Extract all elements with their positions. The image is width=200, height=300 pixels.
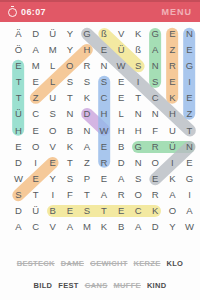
grid-cell-r9c7[interactable]: D	[112, 156, 130, 170]
grid-cell-r9c4[interactable]: T	[61, 156, 79, 170]
word-list-line-1: BESTECKDAMEGEWICHTKERZEKLO	[0, 256, 200, 269]
grid-cell-r1c6[interactable]: ß	[95, 27, 113, 41]
grid-cell-r1c9[interactable]: G	[146, 27, 164, 41]
grid-cell-r8c7[interactable]: B	[112, 140, 130, 154]
grid-cell-r7c3[interactable]: O	[44, 124, 62, 138]
grid-cell-r11c9[interactable]: R	[146, 188, 164, 202]
grid-cell-r10c3[interactable]: Y	[44, 172, 62, 186]
grid-cell-r11c6[interactable]: A	[95, 188, 113, 202]
grid-cell-r2c7[interactable]: Ü	[112, 43, 130, 57]
grid-cell-r5c1[interactable]: T	[10, 91, 28, 105]
grid-cell-r12c1[interactable]: D	[10, 204, 28, 218]
grid-cell-r9c9[interactable]: O	[146, 156, 164, 170]
word-list-item-BILD: BILD	[34, 281, 53, 290]
grid-cell-r13c7[interactable]: B	[112, 220, 130, 234]
grid-cell-r7c9[interactable]: F	[146, 124, 164, 138]
grid-cell-r12c8[interactable]: C	[129, 204, 147, 218]
grid-cell-r8c8[interactable]: G	[129, 140, 147, 154]
grid-cell-r4c8[interactable]: I	[129, 75, 147, 89]
grid-cell-r13c10[interactable]: Y	[163, 220, 181, 234]
grid-cell-r8c1[interactable]: E	[10, 140, 28, 154]
grid-cell-r1c1[interactable]: Ä	[10, 27, 28, 41]
grid-cell-r7c1[interactable]: H	[10, 124, 28, 138]
grid-cell-r5c9[interactable]: C	[146, 91, 164, 105]
grid-cell-r5c5[interactable]: K	[78, 91, 96, 105]
grid-cell-r6c5[interactable]: D	[78, 107, 96, 121]
word-list-item-BESTECK: BESTECK	[17, 259, 55, 268]
grid-cell-r7c2[interactable]: E	[27, 124, 45, 138]
grid-cell-r7c8[interactable]: H	[129, 124, 147, 138]
grid-cell-r1c2[interactable]: D	[27, 27, 45, 41]
grid-cell-r13c9[interactable]: D	[146, 220, 164, 234]
word-search-board[interactable]: ÄDÜYGßVKGENÖAMYHEÜßAZEEMLORNWSNRGTELSSSE…	[10, 26, 198, 235]
grid-cell-r5c6[interactable]: C	[95, 91, 113, 105]
grid-cell-r3c4[interactable]: O	[61, 59, 79, 73]
grid-cell-r3c7[interactable]: W	[112, 59, 130, 73]
grid-cell-r12c11[interactable]: A	[180, 204, 198, 218]
grid-cell-r6c10[interactable]: H	[163, 107, 181, 121]
grid-cell-r3c1[interactable]: E	[10, 59, 28, 73]
grid-cell-r10c7[interactable]: A	[112, 172, 130, 186]
word-list-item-DAME: DAME	[61, 259, 84, 268]
grid-cell-r13c6[interactable]: K	[95, 220, 113, 234]
grid-cell-r11c3[interactable]: I	[44, 188, 62, 202]
app-header: 06:07 MENU	[0, 0, 200, 22]
grid-cell-r8c3[interactable]: V	[44, 140, 62, 154]
grid-cell-r7c7[interactable]: H	[112, 124, 130, 138]
grid-cell-r9c1[interactable]: D	[10, 156, 28, 170]
grid-cell-r7c5[interactable]: N	[78, 124, 96, 138]
grid-cell-r10c9[interactable]: E	[146, 172, 164, 186]
grid-cell-r1c4[interactable]: Y	[61, 27, 79, 41]
grid-cell-r11c10[interactable]: A	[163, 188, 181, 202]
grid-cell-r12c4[interactable]: E	[61, 204, 79, 218]
grid-cell-r4c6[interactable]: S	[95, 75, 113, 89]
grid-cell-r13c3[interactable]: V	[44, 220, 62, 234]
grid-cell-r6c7[interactable]: L	[112, 107, 130, 121]
grid-cell-r11c5[interactable]: T	[78, 188, 96, 202]
timer: 06:07	[8, 7, 46, 17]
grid-cell-r1c11[interactable]: N	[180, 27, 198, 41]
grid-cell-r1c8[interactable]: K	[129, 27, 147, 41]
grid-cell-r9c8[interactable]: N	[129, 156, 147, 170]
grid-cell-r10c1[interactable]: W	[10, 172, 28, 186]
grid-cell-r3c10[interactable]: R	[163, 59, 181, 73]
timer-value: 06:07	[21, 7, 46, 17]
grid-cell-r6c8[interactable]: N	[129, 107, 147, 121]
grid-cell-r12c10[interactable]: O	[163, 204, 181, 218]
grid-cell-r8c5[interactable]: A	[78, 140, 96, 154]
word-list: BESTECKDAMEGEWICHTKERZEKLO BILDFESTGANSM…	[0, 256, 200, 300]
grid-cell-r12c2[interactable]: Ü	[27, 204, 45, 218]
grid-cell-r5c10[interactable]: K	[163, 91, 181, 105]
grid-cell-r8c6[interactable]: E	[95, 140, 113, 154]
grid-cell-r2c10[interactable]: Z	[163, 43, 181, 57]
grid-cell-r4c9[interactable]: S	[146, 75, 164, 89]
grid-cell-r9c10[interactable]: I	[163, 156, 181, 170]
grid-cell-r5c7[interactable]: E	[112, 91, 130, 105]
grid-cell-r2c8[interactable]: ß	[129, 43, 147, 57]
grid-cell-r2c6[interactable]: E	[95, 43, 113, 57]
grid-cell-r13c2[interactable]: C	[27, 220, 45, 234]
grid-cell-r5c4[interactable]: T	[61, 91, 79, 105]
grid-cell-r4c11[interactable]: I	[180, 75, 198, 89]
grid-cell-r8c10[interactable]: Ü	[163, 140, 181, 154]
statusbar-shade	[0, 0, 200, 2]
grid-cell-r9c3[interactable]: E	[44, 156, 62, 170]
grid-cell-r13c4[interactable]: A	[61, 220, 79, 234]
grid-cell-r3c11[interactable]: G	[180, 59, 198, 73]
grid-cell-r5c8[interactable]: T	[129, 91, 147, 105]
grid-cell-r11c7[interactable]: R	[112, 188, 130, 202]
grid-cell-r4c10[interactable]: E	[163, 75, 181, 89]
grid-cell-r4c1[interactable]: T	[10, 75, 28, 89]
grid-cell-r6c2[interactable]: C	[27, 107, 45, 121]
grid-cell-r5c3[interactable]: U	[44, 91, 62, 105]
grid-cell-r7c10[interactable]: U	[163, 124, 181, 138]
grid-cell-r2c9[interactable]: A	[146, 43, 164, 57]
grid-cell-r4c4[interactable]: S	[61, 75, 79, 89]
grid-cell-r11c8[interactable]: O	[129, 188, 147, 202]
grid-cell-r3c6[interactable]: N	[95, 59, 113, 73]
stopwatch-icon	[8, 8, 17, 17]
grid-cell-r4c5[interactable]: S	[78, 75, 96, 89]
grid-cell-r10c8[interactable]: S	[129, 172, 147, 186]
grid-cell-r3c5[interactable]: R	[78, 59, 96, 73]
grid-cell-r12c3[interactable]: B	[44, 204, 62, 218]
grid-cell-r13c5[interactable]: M	[78, 220, 96, 234]
word-list-item-GANS: GANS	[85, 281, 108, 290]
grid-cell-r8c9[interactable]: R	[146, 140, 164, 154]
grid-cell-r10c10[interactable]: K	[163, 172, 181, 186]
grid-cell-r7c4[interactable]: B	[61, 124, 79, 138]
grid-cell-r12c5[interactable]: S	[78, 204, 96, 218]
grid-cell-r4c3[interactable]: L	[44, 75, 62, 89]
grid-cell-r10c4[interactable]: S	[61, 172, 79, 186]
grid-cell-r8c11[interactable]: N	[180, 140, 198, 154]
grid-cell-r10c2[interactable]: E	[27, 172, 45, 186]
grid-cell-r11c1[interactable]: S	[10, 188, 28, 202]
grid-cell-r3c2[interactable]: M	[27, 59, 45, 73]
grid-cell-r3c9[interactable]: N	[146, 59, 164, 73]
grid-cell-r2c5[interactable]: H	[78, 43, 96, 57]
grid-cell-r12c9[interactable]: K	[146, 204, 164, 218]
grid-cell-r5c2[interactable]: Z	[27, 91, 45, 105]
grid-cell-r13c11[interactable]: W	[180, 220, 198, 234]
word-list-item-KIND: KIND	[147, 281, 167, 290]
grid-cell-r2c3[interactable]: M	[44, 43, 62, 57]
grid-cell-r8c2[interactable]: O	[27, 140, 45, 154]
grid-cell-r3c3[interactable]: L	[44, 59, 62, 73]
grid-cell-r12c6[interactable]: T	[95, 204, 113, 218]
grid-cell-r5c11[interactable]: E	[180, 91, 198, 105]
grid-cell-r9c2[interactable]: I	[27, 156, 45, 170]
word-list-item-GEWICHT: GEWICHT	[90, 259, 128, 268]
grid-cell-r2c4[interactable]: Y	[61, 43, 79, 57]
word-list-item-FEST: FEST	[58, 281, 78, 290]
grid-cell-r1c7[interactable]: V	[112, 27, 130, 41]
grid-cell-r8c4[interactable]: K	[61, 140, 79, 154]
grid-cell-r1c5[interactable]: G	[78, 27, 96, 41]
grid-cell-r7c6[interactable]: W	[95, 124, 113, 138]
word-list-item-KERZE: KERZE	[134, 259, 161, 268]
grid-cell-r6c3[interactable]: S	[44, 107, 62, 121]
word-list-item-MUFFE: MUFFE	[114, 281, 141, 290]
grid-cell-r4c2[interactable]: E	[27, 75, 45, 89]
grid-cell-r10c6[interactable]: E	[95, 172, 113, 186]
grid-cell-r7c11[interactable]: T	[180, 124, 198, 138]
grid-cell-r13c1[interactable]: A	[10, 220, 28, 234]
grid-cell-r9c11[interactable]: E	[180, 156, 198, 170]
grid-cell-r11c2[interactable]: T	[27, 188, 45, 202]
grid-cell-r3c8[interactable]: S	[129, 59, 147, 73]
grid-cell-r6c4[interactable]: N	[61, 107, 79, 121]
grid-cell-r12c7[interactable]: E	[112, 204, 130, 218]
grid-cell-r2c1[interactable]: Ö	[10, 43, 28, 57]
grid-cell-r1c10[interactable]: E	[163, 27, 181, 41]
grid-cell-r1c3[interactable]: Ü	[44, 27, 62, 41]
grid-cell-r13c8[interactable]: A	[129, 220, 147, 234]
menu-button[interactable]: MENU	[162, 7, 193, 17]
grid-cell-r6c11[interactable]: Z	[180, 107, 198, 121]
word-list-line-2: BILDFESTGANSMUFFEKIND	[0, 278, 200, 291]
word-list-item-KLO: KLO	[166, 259, 183, 268]
grid-cell-r4c7[interactable]: E	[112, 75, 130, 89]
grid-cell-r6c6[interactable]: H	[95, 107, 113, 121]
grid-cell-r2c2[interactable]: A	[27, 43, 45, 57]
grid-cell-r6c1[interactable]: Ü	[10, 107, 28, 121]
grid-cell-r9c5[interactable]: Z	[78, 156, 96, 170]
grid-cell-r10c5[interactable]: P	[78, 172, 96, 186]
grid-cell-r2c11[interactable]: E	[180, 43, 198, 57]
grid-cell-r10c11[interactable]: G	[180, 172, 198, 186]
grid-cell-r11c4[interactable]: F	[61, 188, 79, 202]
grid-cell-r11c11[interactable]: I	[180, 188, 198, 202]
grid-cell-r6c9[interactable]: N	[146, 107, 164, 121]
grid-cell-r9c6[interactable]: R	[95, 156, 113, 170]
